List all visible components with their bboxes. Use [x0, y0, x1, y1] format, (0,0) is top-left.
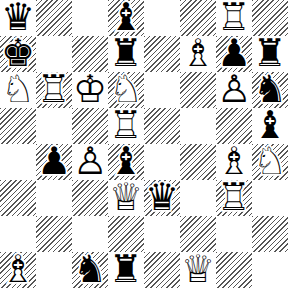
square-e8[interactable] — [144, 0, 180, 36]
square-h1[interactable] — [252, 252, 288, 288]
piece-black-pawn-b4[interactable]: ♟♟ — [36, 144, 72, 180]
piece-white-knight-h4[interactable]: ♞♘ — [252, 144, 288, 180]
square-a6[interactable]: ♞♘ — [0, 72, 36, 108]
piece-black-rook-d1[interactable]: ♜♜ — [108, 252, 144, 288]
black-rook-icon: ♜ — [109, 250, 143, 288]
square-h4[interactable]: ♞♘ — [252, 144, 288, 180]
square-e7[interactable] — [144, 36, 180, 72]
piece-white-pawn-g6[interactable]: ♟♙ — [216, 72, 252, 108]
square-g3[interactable]: ♜♖ — [216, 180, 252, 216]
square-a1[interactable]: ♝♗ — [0, 252, 36, 288]
square-f6[interactable] — [180, 72, 216, 108]
piece-white-queen-f1[interactable]: ♛♕ — [180, 252, 216, 288]
white-queen-icon: ♕ — [181, 250, 215, 288]
square-a3[interactable] — [0, 180, 36, 216]
white-bishop-icon: ♗ — [181, 34, 215, 72]
square-h2[interactable] — [252, 216, 288, 252]
chess-board: ♛♛♝♝♜♖♚♚♜♜♝♗♟♟♜♜♞♘♜♖♚♔♞♘♟♙♞♞♜♖♝♝♟♟♟♙♝♝♝♗… — [0, 0, 288, 288]
piece-white-bishop-a1[interactable]: ♝♗ — [0, 252, 36, 288]
square-b6[interactable]: ♜♖ — [36, 72, 72, 108]
piece-black-knight-c1[interactable]: ♞♞ — [72, 252, 108, 288]
white-bishop-icon: ♗ — [1, 250, 35, 288]
square-c3[interactable] — [72, 180, 108, 216]
square-e1[interactable] — [144, 252, 180, 288]
white-pawn-icon: ♙ — [73, 142, 107, 180]
white-queen-icon: ♕ — [109, 178, 143, 216]
square-g2[interactable] — [216, 216, 252, 252]
piece-white-bishop-f7[interactable]: ♝♗ — [180, 36, 216, 72]
square-b1[interactable] — [36, 252, 72, 288]
white-rook-icon: ♖ — [217, 178, 251, 216]
square-c6[interactable]: ♚♔ — [72, 72, 108, 108]
square-a4[interactable] — [0, 144, 36, 180]
piece-white-queen-d3[interactable]: ♛♕ — [108, 180, 144, 216]
black-knight-icon: ♞ — [73, 250, 107, 288]
piece-white-king-c6[interactable]: ♚♔ — [72, 72, 108, 108]
piece-white-rook-b6[interactable]: ♜♖ — [36, 72, 72, 108]
piece-black-queen-e3[interactable]: ♛♛ — [144, 180, 180, 216]
square-e3[interactable]: ♛♛ — [144, 180, 180, 216]
square-e5[interactable] — [144, 108, 180, 144]
square-a5[interactable] — [0, 108, 36, 144]
square-f7[interactable]: ♝♗ — [180, 36, 216, 72]
square-f3[interactable] — [180, 180, 216, 216]
square-g6[interactable]: ♟♙ — [216, 72, 252, 108]
white-rook-icon: ♖ — [37, 70, 71, 108]
square-d3[interactable]: ♛♕ — [108, 180, 144, 216]
piece-white-rook-g3[interactable]: ♜♖ — [216, 180, 252, 216]
square-b4[interactable]: ♟♟ — [36, 144, 72, 180]
black-pawn-icon: ♟ — [37, 142, 71, 180]
square-f5[interactable] — [180, 108, 216, 144]
white-king-icon: ♔ — [73, 70, 107, 108]
piece-white-knight-a6[interactable]: ♞♘ — [0, 72, 36, 108]
square-f1[interactable]: ♛♕ — [180, 252, 216, 288]
square-c8[interactable] — [72, 0, 108, 36]
square-h3[interactable] — [252, 180, 288, 216]
square-g1[interactable] — [216, 252, 252, 288]
white-pawn-icon: ♙ — [217, 70, 251, 108]
square-b8[interactable] — [36, 0, 72, 36]
square-e6[interactable] — [144, 72, 180, 108]
square-b3[interactable] — [36, 180, 72, 216]
white-knight-icon: ♘ — [253, 142, 287, 180]
white-knight-icon: ♘ — [1, 70, 35, 108]
square-e2[interactable] — [144, 216, 180, 252]
square-c1[interactable]: ♞♞ — [72, 252, 108, 288]
black-queen-icon: ♛ — [145, 178, 179, 216]
square-c4[interactable]: ♟♙ — [72, 144, 108, 180]
piece-white-pawn-c4[interactable]: ♟♙ — [72, 144, 108, 180]
square-f4[interactable] — [180, 144, 216, 180]
square-b2[interactable] — [36, 216, 72, 252]
square-d1[interactable]: ♜♜ — [108, 252, 144, 288]
